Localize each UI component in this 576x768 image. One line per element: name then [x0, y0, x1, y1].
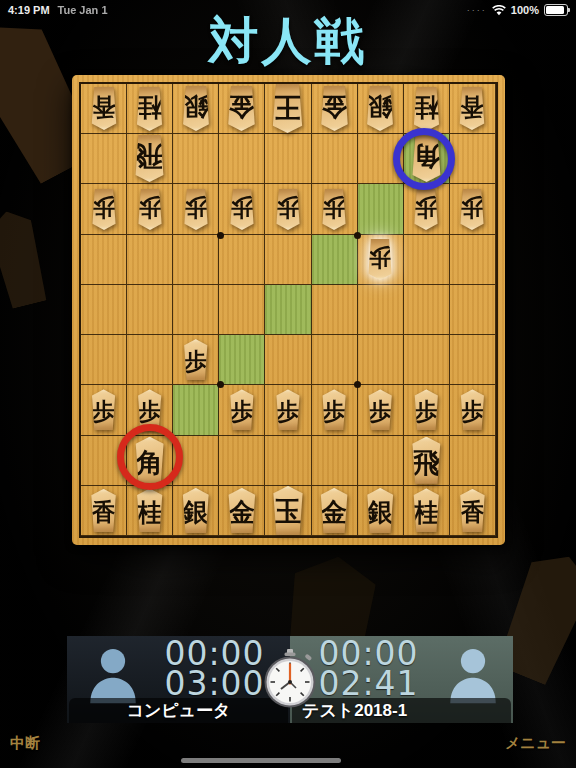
board-cell[interactable] [81, 235, 127, 285]
piece-gote-pawn[interactable]: 歩 [133, 189, 167, 230]
board-cell[interactable]: 角 [404, 134, 450, 184]
piece-body: 歩 [271, 189, 305, 230]
board-cell[interactable] [219, 235, 265, 285]
board-cell[interactable]: 香 [450, 486, 496, 536]
piece-kanji: 歩 [461, 196, 484, 219]
board-cell[interactable]: 銀 [173, 486, 219, 536]
board-cell[interactable]: 金 [312, 84, 358, 134]
piece-body: 歩 [455, 189, 489, 230]
piece-kanji: 歩 [415, 400, 438, 423]
board-cell[interactable]: 歩 [81, 385, 127, 435]
board-cell[interactable]: 香 [81, 486, 127, 536]
piece-body: 歩 [225, 189, 259, 230]
piece-body: 歩 [179, 189, 213, 230]
board-cell[interactable] [450, 235, 496, 285]
board-cell[interactable] [312, 235, 358, 285]
board-cell[interactable]: 歩 [450, 385, 496, 435]
piece-gote-pawn[interactable]: 歩 [179, 189, 213, 230]
piece-body: 桂 [131, 87, 168, 131]
opponent-name-strip: コンピュータ [69, 698, 288, 723]
piece-kanji: 香 [92, 95, 116, 119]
piece-gote-pawn[interactable]: 歩 [271, 189, 305, 230]
player-clock-panel: 00:00 03:00 コンピュータ 00:00 02:41 テスト2018-1 [67, 636, 513, 723]
stopwatch-icon [263, 648, 317, 710]
board-cell[interactable]: 角 [127, 436, 173, 486]
board-cell[interactable]: 歩 [312, 184, 358, 234]
board-cell[interactable]: 桂 [127, 84, 173, 134]
piece-sente-pawn[interactable]: 歩 [271, 389, 305, 430]
board-cell[interactable] [358, 285, 404, 335]
piece-body: 角 [406, 135, 447, 182]
piece-gote-pawn[interactable]: 歩 [317, 189, 351, 230]
board-cell[interactable]: 歩 [127, 184, 173, 234]
piece-body: 香 [454, 87, 490, 130]
board-cell[interactable]: 歩 [81, 184, 127, 234]
shogi-board: 香桂銀金王金銀桂香飛角歩歩歩歩歩歩歩歩歩歩歩歩歩歩歩歩歩歩角飛香桂銀金玉金銀桂香 [72, 75, 505, 545]
board-cell[interactable] [265, 335, 311, 385]
board-cell[interactable] [358, 184, 404, 234]
piece-kanji: 歩 [415, 196, 438, 219]
wifi-icon [492, 5, 506, 16]
board-cell[interactable]: 銀 [358, 84, 404, 134]
piece-body: 歩 [133, 389, 167, 430]
piece-body: 香 [454, 489, 490, 532]
board-cell[interactable] [312, 335, 358, 385]
piece-body: 歩 [225, 389, 259, 430]
piece-kanji: 玉 [274, 498, 302, 526]
piece-kanji: 歩 [230, 400, 253, 423]
piece-body: 銀 [361, 86, 399, 131]
board-cell[interactable]: 歩 [358, 385, 404, 435]
board-cell[interactable]: 飛 [404, 436, 450, 486]
piece-kanji: 角 [136, 449, 163, 476]
piece-gote-lance[interactable]: 香 [454, 87, 490, 130]
piece-body: 金 [222, 488, 261, 533]
battery-percent: 100% [511, 4, 539, 16]
piece-kanji: 金 [229, 499, 255, 525]
piece-kanji: 桂 [137, 94, 162, 119]
piece-body: 歩 [409, 189, 443, 230]
piece-body: 香 [86, 87, 122, 130]
board-cell[interactable] [173, 285, 219, 335]
board-cell[interactable]: 歩 [404, 184, 450, 234]
board-cell[interactable]: 歩 [219, 184, 265, 234]
piece-body: 歩 [455, 389, 489, 430]
board-cell[interactable] [265, 285, 311, 335]
board-cell[interactable] [404, 235, 450, 285]
piece-sente-pawn[interactable]: 歩 [455, 389, 489, 430]
piece-body: 桂 [408, 87, 445, 131]
piece-kanji: 歩 [276, 400, 299, 423]
opponent-total-time: 03:00 [164, 669, 264, 699]
piece-gote-lance[interactable]: 香 [86, 87, 122, 130]
piece-gote-silver[interactable]: 銀 [177, 86, 215, 131]
board-cell[interactable]: 歩 [404, 385, 450, 435]
piece-sente-pawn[interactable]: 歩 [363, 389, 397, 430]
piece-kanji: 桂 [137, 500, 162, 525]
board-cell[interactable] [127, 235, 173, 285]
piece-gote-pawn[interactable]: 歩 [455, 189, 489, 230]
piece-sente-pawn[interactable]: 歩 [87, 389, 121, 430]
battery-icon [544, 4, 568, 16]
board-cell[interactable]: 金 [219, 486, 265, 536]
board-cell[interactable] [219, 335, 265, 385]
piece-body: 歩 [409, 389, 443, 430]
piece-kanji: 歩 [323, 196, 346, 219]
piece-gote-knight[interactable]: 桂 [131, 87, 168, 131]
piece-gote-king[interactable]: 王 [266, 84, 309, 133]
board-cell[interactable] [265, 235, 311, 285]
piece-body: 銀 [177, 488, 215, 533]
piece-kanji: 香 [460, 95, 484, 119]
board-cell[interactable] [219, 134, 265, 184]
piece-kanji: 銀 [367, 499, 393, 525]
piece-sente-pawn[interactable]: 歩 [317, 389, 351, 430]
board-cell[interactable]: 玉 [265, 486, 311, 536]
piece-gote-bishop[interactable]: 角 [406, 135, 447, 182]
board-cell[interactable] [358, 134, 404, 184]
piece-kanji: 角 [413, 143, 440, 170]
piece-body: 飛 [129, 135, 170, 182]
board-cell[interactable]: 歩 [358, 235, 404, 285]
piece-kanji: 歩 [92, 196, 115, 219]
piece-gote-gold[interactable]: 金 [222, 86, 261, 131]
piece-sente-pawn[interactable]: 歩 [225, 389, 259, 430]
piece-gote-silver[interactable]: 銀 [361, 86, 399, 131]
opponent-name: コンピュータ [127, 699, 231, 722]
piece-kanji: 香 [92, 500, 116, 524]
clock-date: Tue Jan 1 [58, 4, 108, 16]
board-cell[interactable]: 金 [219, 84, 265, 134]
piece-body: 歩 [363, 389, 397, 430]
piece-kanji: 飛 [413, 449, 440, 476]
piece-body: 飛 [406, 437, 447, 484]
board-cell[interactable]: 銀 [173, 84, 219, 134]
background-shogi-piece-decoration [0, 204, 61, 313]
piece-sente-knight[interactable]: 桂 [408, 488, 445, 532]
piece-body: 王 [266, 84, 309, 133]
piece-gote-knight[interactable]: 桂 [408, 87, 445, 131]
piece-body: 金 [315, 488, 354, 533]
piece-body: 歩 [133, 189, 167, 230]
piece-kanji: 歩 [230, 196, 253, 219]
player-total-time: 02:41 [318, 669, 418, 699]
board-cell[interactable]: 歩 [173, 335, 219, 385]
cellular-dots-icon: ···· [467, 5, 487, 15]
piece-kanji: 歩 [369, 246, 392, 269]
board-cell[interactable]: 歩 [265, 184, 311, 234]
piece-kanji: 飛 [136, 143, 163, 170]
piece-sente-knight[interactable]: 桂 [131, 488, 168, 532]
piece-kanji: 歩 [369, 400, 392, 423]
board-cell[interactable]: 香 [450, 84, 496, 134]
opponent-clock-area: 00:00 03:00 コンピュータ [67, 636, 290, 723]
piece-gote-gold[interactable]: 金 [315, 86, 354, 131]
piece-body: 歩 [87, 189, 121, 230]
piece-body: 金 [222, 86, 261, 131]
player-name: テスト2018-1 [302, 699, 407, 722]
board-cell[interactable] [450, 285, 496, 335]
piece-sente-rook[interactable]: 飛 [406, 437, 447, 484]
board-cell[interactable]: 桂 [404, 84, 450, 134]
board-cell[interactable] [81, 134, 127, 184]
board-cell[interactable] [450, 335, 496, 385]
piece-gote-pawn[interactable]: 歩 [409, 189, 443, 230]
status-bar: 4:19 PM Tue Jan 1 ···· 100% [0, 0, 576, 20]
board-cell[interactable]: 桂 [127, 486, 173, 536]
board-cell[interactable]: 歩 [265, 385, 311, 435]
opponent-avatar-icon [87, 642, 139, 704]
piece-sente-pawn[interactable]: 歩 [409, 389, 443, 430]
board-cell[interactable] [358, 436, 404, 486]
piece-body: 歩 [87, 389, 121, 430]
piece-kanji: 銀 [367, 94, 393, 120]
player-name-strip: テスト2018-1 [292, 698, 511, 723]
board-cell[interactable]: 香 [81, 84, 127, 134]
piece-sente-bishop[interactable]: 角 [129, 437, 170, 484]
board-cell[interactable]: 歩 [173, 184, 219, 234]
board-cell[interactable] [219, 285, 265, 335]
board-cell[interactable]: 歩 [219, 385, 265, 435]
board-cell[interactable] [81, 335, 127, 385]
board-cell[interactable] [312, 134, 358, 184]
board-cell[interactable] [450, 134, 496, 184]
board-cell[interactable] [265, 134, 311, 184]
piece-sente-silver[interactable]: 銀 [177, 488, 215, 533]
piece-sente-lance[interactable]: 香 [454, 489, 490, 532]
piece-body: 銀 [361, 488, 399, 533]
board-cell[interactable]: 桂 [404, 486, 450, 536]
piece-sente-lance[interactable]: 香 [86, 489, 122, 532]
piece-body: 桂 [131, 488, 168, 532]
piece-kanji: 王 [274, 93, 302, 121]
board-cell[interactable] [81, 436, 127, 486]
piece-sente-gold[interactable]: 金 [315, 488, 354, 533]
board-cell[interactable]: 銀 [358, 486, 404, 536]
player-avatar-icon [447, 642, 499, 704]
board-cell[interactable] [312, 285, 358, 335]
piece-kanji: 銀 [183, 499, 209, 525]
piece-kanji: 歩 [276, 196, 299, 219]
board-cell[interactable] [127, 335, 173, 385]
clock-time: 4:19 PM [8, 4, 50, 16]
board-cell[interactable] [173, 134, 219, 184]
board-cell[interactable] [81, 285, 127, 335]
piece-kanji: 銀 [183, 94, 209, 120]
piece-body: 角 [129, 437, 170, 484]
board-cell[interactable]: 歩 [127, 385, 173, 435]
piece-sente-gold[interactable]: 金 [222, 488, 261, 533]
board-cell[interactable] [127, 285, 173, 335]
board-cell[interactable] [173, 235, 219, 285]
piece-body: 歩 [317, 389, 351, 430]
piece-kanji: 歩 [323, 400, 346, 423]
piece-kanji: 金 [229, 94, 255, 120]
piece-body: 歩 [363, 239, 397, 280]
piece-kanji: 歩 [138, 196, 161, 219]
menu-button[interactable]: メニュー [505, 734, 566, 753]
board-cell[interactable]: 歩 [450, 184, 496, 234]
piece-gote-pawn[interactable]: 歩 [363, 239, 397, 280]
piece-sente-king[interactable]: 玉 [266, 486, 309, 535]
board-cell[interactable] [404, 285, 450, 335]
piece-kanji: 歩 [461, 400, 484, 423]
piece-kanji: 歩 [184, 196, 207, 219]
board-cell[interactable] [265, 436, 311, 486]
piece-body: 銀 [177, 86, 215, 131]
piece-gote-pawn[interactable]: 歩 [225, 189, 259, 230]
player-clock-area: 00:00 02:41 テスト2018-1 [290, 636, 513, 723]
suspend-button[interactable]: 中断 [10, 734, 40, 753]
piece-kanji: 桂 [414, 500, 439, 525]
piece-kanji: 金 [321, 499, 347, 525]
board-cell[interactable] [219, 436, 265, 486]
board-cell[interactable] [173, 436, 219, 486]
board-cell[interactable]: 歩 [312, 385, 358, 435]
board-cell[interactable]: 王 [265, 84, 311, 134]
board-cell[interactable] [404, 335, 450, 385]
piece-sente-silver[interactable]: 銀 [361, 488, 399, 533]
piece-body: 歩 [317, 189, 351, 230]
piece-body: 桂 [408, 488, 445, 532]
board-cell[interactable] [358, 335, 404, 385]
board-cell[interactable]: 金 [312, 486, 358, 536]
board-cell[interactable] [312, 436, 358, 486]
piece-body: 香 [86, 489, 122, 532]
piece-gote-pawn[interactable]: 歩 [87, 189, 121, 230]
piece-body: 歩 [179, 339, 213, 380]
piece-kanji: 歩 [138, 400, 161, 423]
piece-kanji: 香 [460, 500, 484, 524]
board-cell[interactable]: 飛 [127, 134, 173, 184]
piece-body: 金 [315, 86, 354, 131]
piece-kanji: 歩 [92, 400, 115, 423]
piece-kanji: 歩 [184, 350, 207, 373]
piece-kanji: 桂 [414, 94, 439, 119]
piece-body: 歩 [271, 389, 305, 430]
piece-gote-rook[interactable]: 飛 [129, 135, 170, 182]
board-cell[interactable] [173, 385, 219, 435]
board-grid: 香桂銀金王金銀桂香飛角歩歩歩歩歩歩歩歩歩歩歩歩歩歩歩歩歩歩角飛香桂銀金玉金銀桂香 [79, 82, 498, 538]
home-indicator[interactable] [181, 758, 341, 763]
piece-sente-pawn[interactable]: 歩 [179, 339, 213, 380]
piece-sente-pawn[interactable]: 歩 [133, 389, 167, 430]
board-cell[interactable] [450, 436, 496, 486]
piece-kanji: 金 [321, 94, 347, 120]
piece-body: 玉 [266, 486, 309, 535]
app-frame: 4:19 PM Tue Jan 1 ···· 100% 対人戦 香桂銀金王金銀桂… [0, 0, 576, 768]
